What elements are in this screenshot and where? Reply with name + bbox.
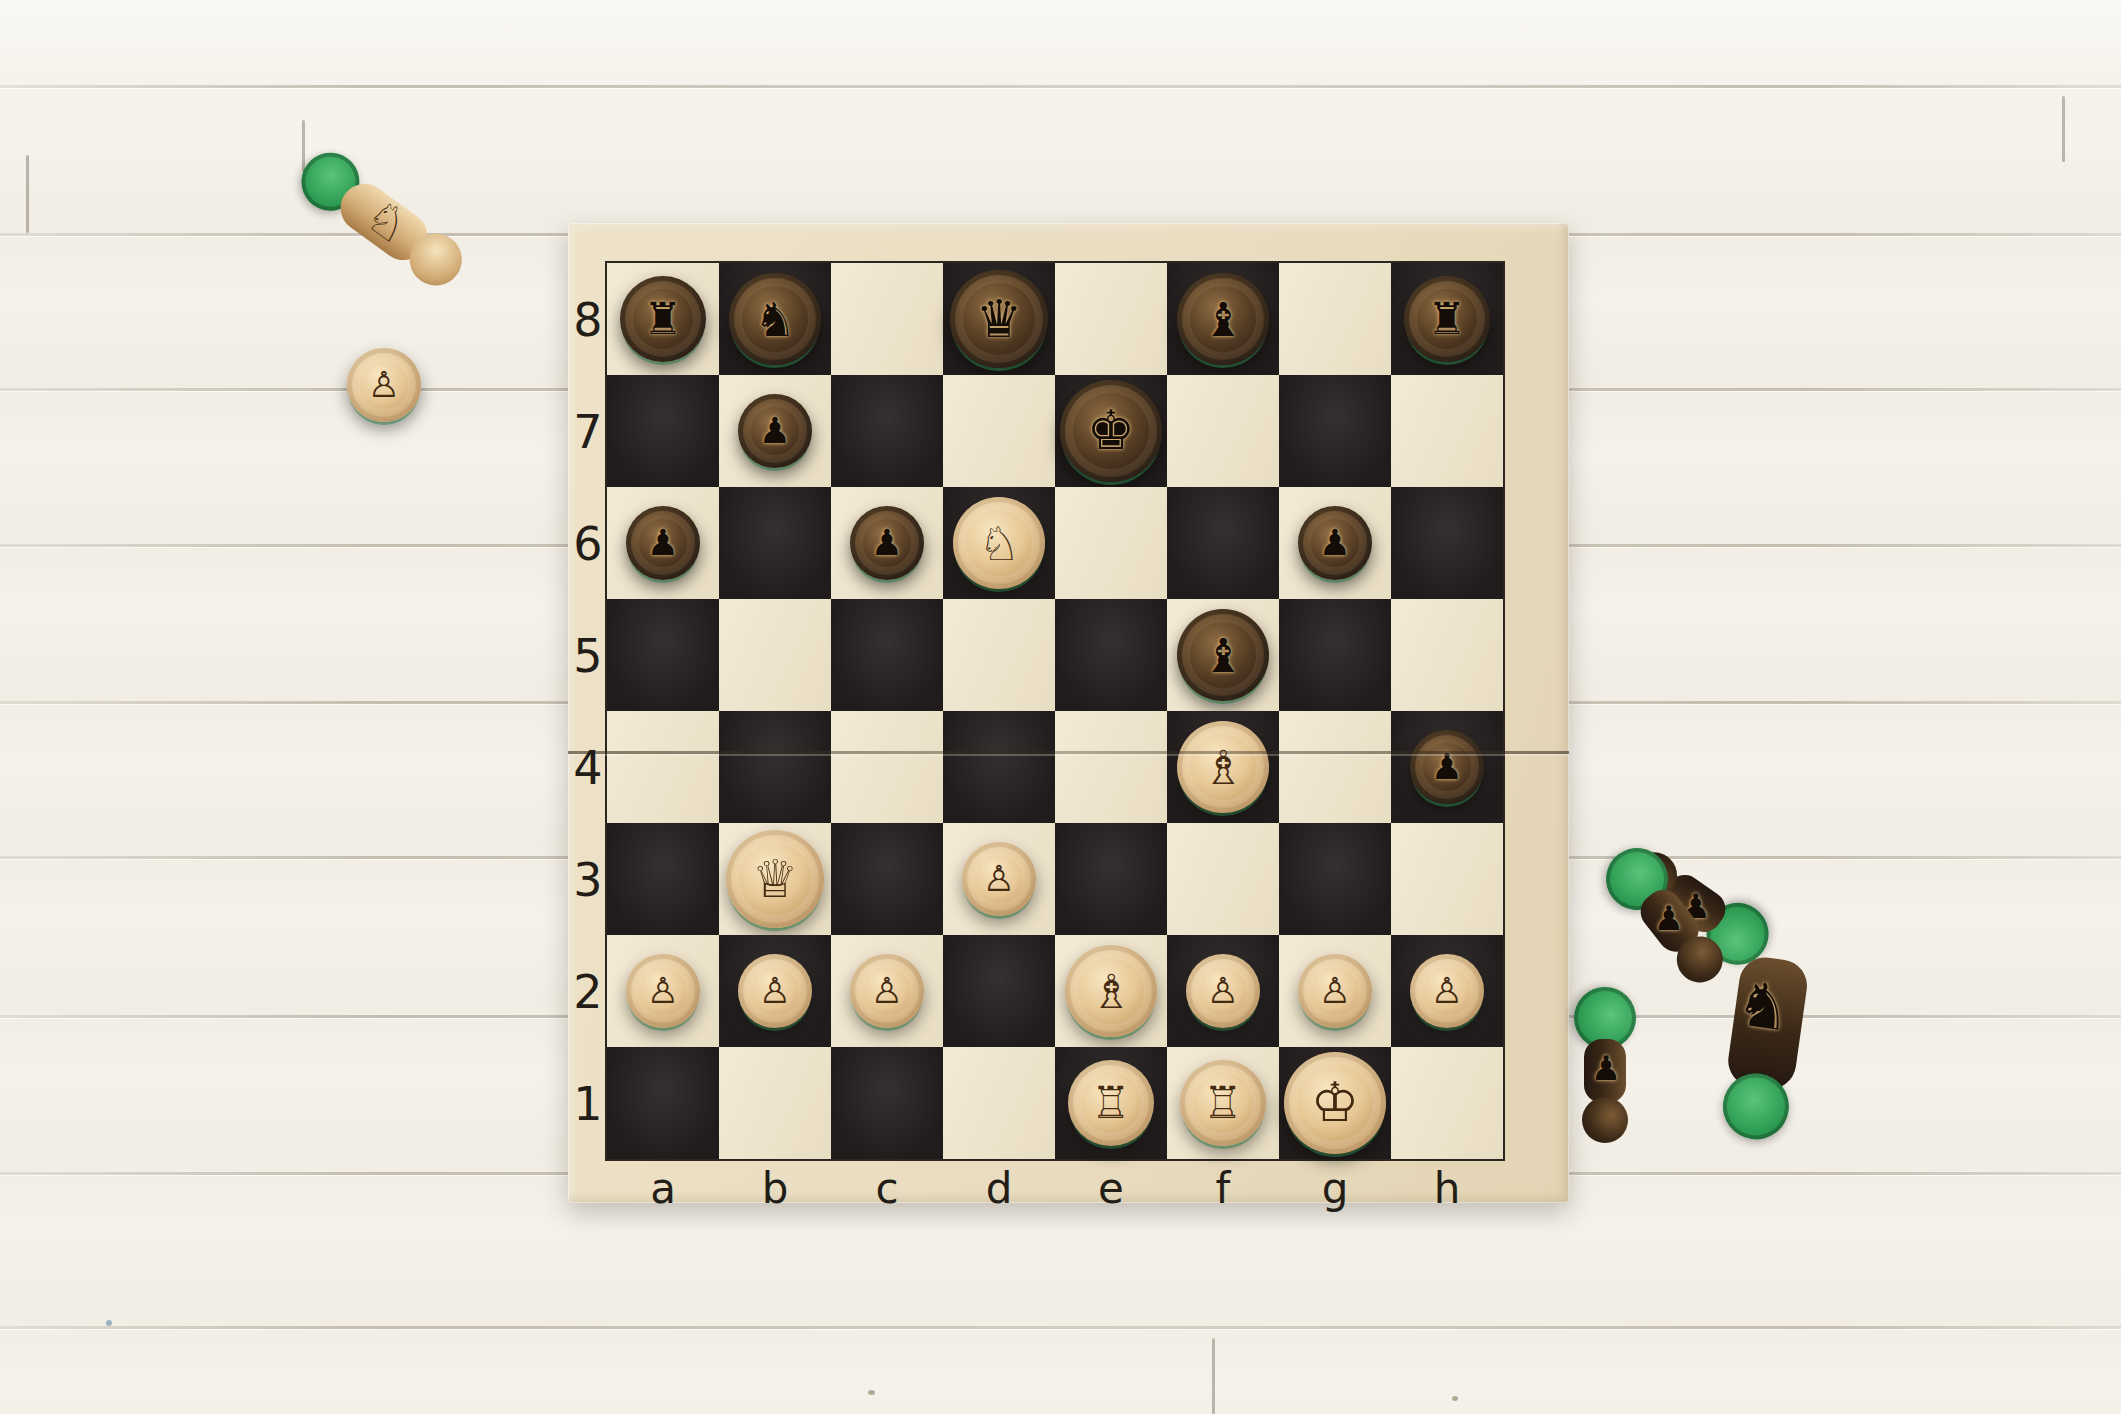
paint-speck [106, 1320, 112, 1326]
square-g8[interactable] [1279, 263, 1391, 375]
square-a5[interactable] [607, 599, 719, 711]
square-d2[interactable] [943, 935, 1055, 1047]
square-c6[interactable]: ♟ [831, 487, 943, 599]
square-e5[interactable] [1055, 599, 1167, 711]
white-bishop-e2[interactable]: ♗ [1065, 945, 1157, 1037]
chess-board: ♜♞♛♝♜♟♚♟♟♘♟♝♗♟♕♙♙♙♙♗♙♙♙♖♖♔ 87654321 abcd… [568, 223, 1569, 1203]
square-e4[interactable] [1055, 711, 1167, 823]
wood-crack [1212, 1338, 1215, 1414]
rank-label-7: 7 [570, 405, 606, 459]
square-d1[interactable] [943, 1047, 1055, 1159]
square-f5[interactable]: ♝ [1167, 599, 1279, 711]
square-g2[interactable]: ♙ [1279, 935, 1391, 1047]
square-h8[interactable]: ♜ [1391, 263, 1503, 375]
square-a1[interactable] [607, 1047, 719, 1159]
black-pawn-h4[interactable]: ♟ [1410, 730, 1484, 804]
file-label-f: f [1201, 1164, 1245, 1213]
square-g3[interactable] [1279, 823, 1391, 935]
file-label-d: d [977, 1164, 1021, 1213]
square-h4[interactable]: ♟ [1391, 711, 1503, 823]
wood-crack [2062, 96, 2065, 162]
plank-seam [0, 1326, 2121, 1329]
black-pawn-g6[interactable]: ♟ [1298, 506, 1372, 580]
square-b3[interactable]: ♕ [719, 823, 831, 935]
board-grid: ♜♞♛♝♜♟♚♟♟♘♟♝♗♟♕♙♙♙♙♗♙♙♙♖♖♔ [607, 263, 1503, 1159]
square-b8[interactable]: ♞ [719, 263, 831, 375]
rank-label-1: 1 [570, 1077, 606, 1131]
square-f3[interactable] [1167, 823, 1279, 935]
square-a2[interactable]: ♙ [607, 935, 719, 1047]
square-b4[interactable] [719, 711, 831, 823]
square-f8[interactable]: ♝ [1167, 263, 1279, 375]
square-d7[interactable] [943, 375, 1055, 487]
file-label-b: b [753, 1164, 797, 1213]
black-pawn-b7[interactable]: ♟ [738, 394, 812, 468]
wood-crack [302, 120, 305, 172]
square-b5[interactable] [719, 599, 831, 711]
square-c8[interactable] [831, 263, 943, 375]
square-a4[interactable] [607, 711, 719, 823]
white-pawn-h2[interactable]: ♙ [1410, 954, 1484, 1028]
wood-speck [868, 1390, 875, 1395]
board-fold-seam [568, 751, 1569, 754]
white-pawn-a2[interactable]: ♙ [626, 954, 700, 1028]
square-c7[interactable] [831, 375, 943, 487]
white-pawn-b2[interactable]: ♙ [738, 954, 812, 1028]
square-c3[interactable] [831, 823, 943, 935]
square-h7[interactable] [1391, 375, 1503, 487]
file-label-g: g [1313, 1164, 1357, 1213]
square-c5[interactable] [831, 599, 943, 711]
square-e3[interactable] [1055, 823, 1167, 935]
square-f7[interactable] [1167, 375, 1279, 487]
white-knight-d6[interactable]: ♘ [953, 497, 1045, 589]
black-bishop-f5[interactable]: ♝ [1177, 609, 1269, 701]
square-a7[interactable] [607, 375, 719, 487]
square-e1[interactable]: ♖ [1055, 1047, 1167, 1159]
square-b6[interactable] [719, 487, 831, 599]
white-pawn-c2[interactable]: ♙ [850, 954, 924, 1028]
square-c4[interactable] [831, 711, 943, 823]
rank-label-3: 3 [570, 853, 606, 907]
square-g1[interactable]: ♔ [1279, 1047, 1391, 1159]
square-b7[interactable]: ♟ [719, 375, 831, 487]
white-rook-f1[interactable]: ♖ [1180, 1060, 1266, 1146]
square-d3[interactable]: ♙ [943, 823, 1055, 935]
square-f1[interactable]: ♖ [1167, 1047, 1279, 1159]
black-pawn-a6[interactable]: ♟ [626, 506, 700, 580]
square-h5[interactable] [1391, 599, 1503, 711]
square-a6[interactable]: ♟ [607, 487, 719, 599]
square-b1[interactable] [719, 1047, 831, 1159]
square-h6[interactable] [1391, 487, 1503, 599]
square-b2[interactable]: ♙ [719, 935, 831, 1047]
wood-crack [26, 155, 29, 233]
pawn-ball [1582, 1097, 1628, 1143]
square-g7[interactable] [1279, 375, 1391, 487]
white-king-g1[interactable]: ♔ [1284, 1052, 1386, 1154]
file-label-e: e [1089, 1164, 1133, 1213]
wood-speck [1452, 1396, 1458, 1401]
square-g4[interactable] [1279, 711, 1391, 823]
white-bishop-f4[interactable]: ♗ [1177, 721, 1269, 813]
file-label-h: h [1425, 1164, 1469, 1213]
square-e6[interactable] [1055, 487, 1167, 599]
white-rook-e1[interactable]: ♖ [1068, 1060, 1154, 1146]
captured-black-pawn[interactable]: ♟ [1573, 987, 1637, 1153]
square-f2[interactable]: ♙ [1167, 935, 1279, 1047]
white-pawn-g2[interactable]: ♙ [1298, 954, 1372, 1028]
white-queen-b3[interactable]: ♕ [726, 830, 824, 928]
black-knight-glyph: ♞ [1732, 972, 1796, 1041]
square-e7[interactable]: ♚ [1055, 375, 1167, 487]
black-pawn-glyph: ♟ [1591, 1051, 1621, 1085]
rank-label-2: 2 [570, 965, 606, 1019]
file-label-c: c [865, 1164, 909, 1213]
square-a3[interactable] [607, 823, 719, 935]
black-bishop-f8[interactable]: ♝ [1177, 273, 1269, 365]
plank-seam [0, 85, 2121, 88]
photo-canvas: { "game": "chess", "scene": "overhead ph… [0, 0, 2121, 1414]
square-c2[interactable]: ♙ [831, 935, 943, 1047]
square-h1[interactable] [1391, 1047, 1503, 1159]
square-e8[interactable] [1055, 263, 1167, 375]
square-g5[interactable] [1279, 599, 1391, 711]
square-a8[interactable]: ♜ [607, 263, 719, 375]
black-pawn-glyph: ♟ [1653, 901, 1683, 935]
square-h2[interactable]: ♙ [1391, 935, 1503, 1047]
square-g6[interactable]: ♟ [1279, 487, 1391, 599]
square-f6[interactable] [1167, 487, 1279, 599]
square-d8[interactable]: ♛ [943, 263, 1055, 375]
black-king-e7[interactable]: ♚ [1060, 380, 1162, 482]
black-rook-h8[interactable]: ♜ [1404, 276, 1490, 362]
black-rook-a8[interactable]: ♜ [620, 276, 706, 362]
square-e2[interactable]: ♗ [1055, 935, 1167, 1047]
square-d4[interactable] [943, 711, 1055, 823]
rank-label-4: 4 [570, 741, 606, 795]
square-h3[interactable] [1391, 823, 1503, 935]
white-pawn-f2[interactable]: ♙ [1186, 954, 1260, 1028]
black-queen-d8[interactable]: ♛ [950, 270, 1048, 368]
square-d6[interactable]: ♘ [943, 487, 1055, 599]
square-c1[interactable] [831, 1047, 943, 1159]
rank-label-6: 6 [570, 517, 606, 571]
black-knight-b8[interactable]: ♞ [729, 273, 821, 365]
square-f4[interactable]: ♗ [1167, 711, 1279, 823]
rank-label-5: 5 [570, 629, 606, 683]
square-d5[interactable] [943, 599, 1055, 711]
rank-label-8: 8 [570, 293, 606, 347]
file-label-a: a [641, 1164, 685, 1213]
captured-white-pawn[interactable]: ♙ [347, 348, 421, 422]
black-pawn-c6[interactable]: ♟ [850, 506, 924, 580]
white-pawn-d3[interactable]: ♙ [962, 842, 1036, 916]
